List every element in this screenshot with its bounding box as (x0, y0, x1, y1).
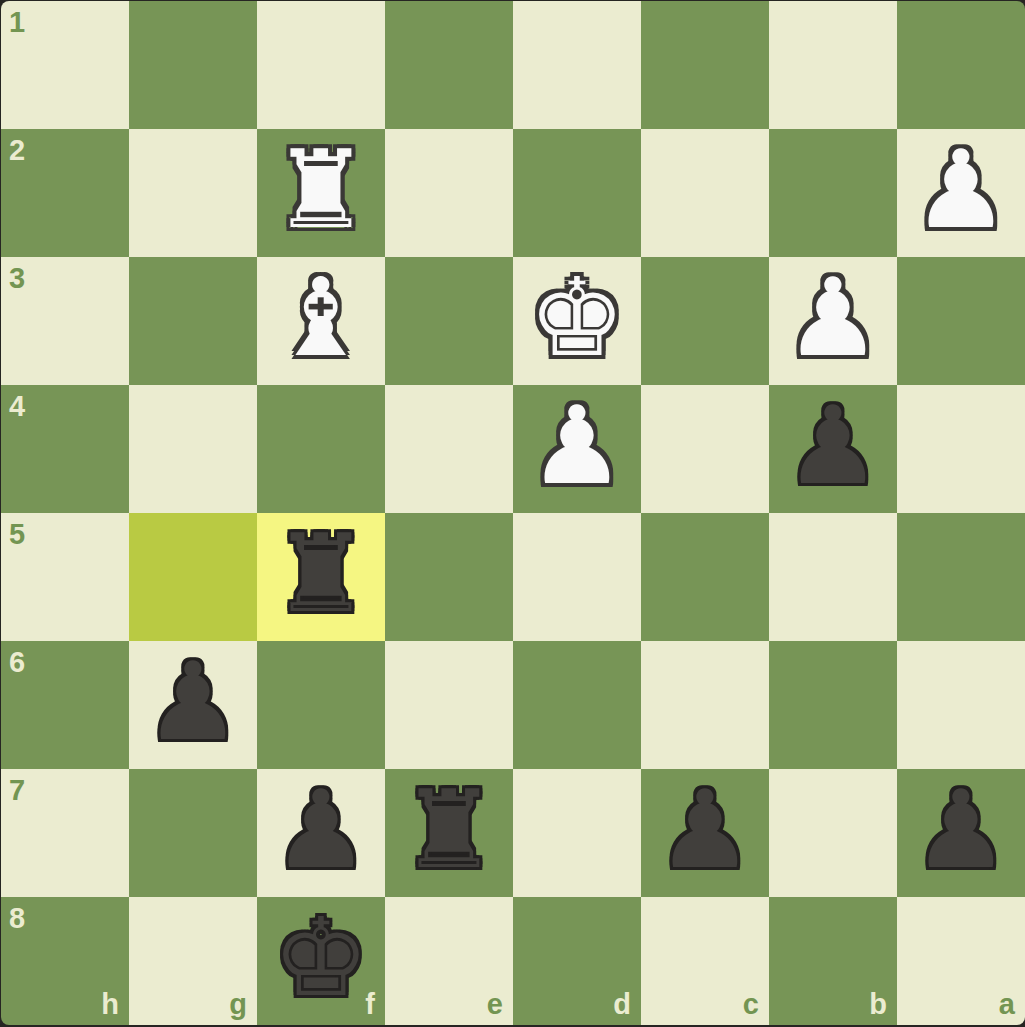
square-b3[interactable]: ♟ (769, 257, 897, 385)
square-g4[interactable] (129, 385, 257, 513)
rank-label-5: 5 (9, 520, 25, 549)
square-a8[interactable]: a (897, 897, 1025, 1025)
square-e5[interactable] (385, 513, 513, 641)
piece-white-pawn[interactable]: ♟ (769, 257, 897, 385)
square-g3[interactable] (129, 257, 257, 385)
square-d7[interactable] (513, 769, 641, 897)
square-h1[interactable]: 1 (1, 1, 129, 129)
piece-black-pawn[interactable]: ♟ (769, 385, 897, 513)
square-d5[interactable] (513, 513, 641, 641)
chess-board: 12♜♟3♝♚♟4♟♟5♜6♟7♟♜♟♟8hgf♚edcba (1, 1, 1025, 1025)
square-c3[interactable] (641, 257, 769, 385)
square-c6[interactable] (641, 641, 769, 769)
square-e8[interactable]: e (385, 897, 513, 1025)
square-a3[interactable] (897, 257, 1025, 385)
square-f4[interactable] (257, 385, 385, 513)
square-b2[interactable] (769, 129, 897, 257)
piece-white-king[interactable]: ♚ (513, 257, 641, 385)
square-c1[interactable] (641, 1, 769, 129)
square-b6[interactable] (769, 641, 897, 769)
square-d2[interactable] (513, 129, 641, 257)
piece-black-king[interactable]: ♚ (257, 897, 385, 1025)
rank-label-3: 3 (9, 264, 25, 293)
square-g2[interactable] (129, 129, 257, 257)
square-d4[interactable]: ♟ (513, 385, 641, 513)
piece-white-pawn[interactable]: ♟ (897, 129, 1025, 257)
square-g1[interactable] (129, 1, 257, 129)
square-b4[interactable]: ♟ (769, 385, 897, 513)
square-a6[interactable] (897, 641, 1025, 769)
square-c8[interactable]: c (641, 897, 769, 1025)
square-e3[interactable] (385, 257, 513, 385)
square-h6[interactable]: 6 (1, 641, 129, 769)
rank-label-6: 6 (9, 648, 25, 677)
square-g7[interactable] (129, 769, 257, 897)
square-e6[interactable] (385, 641, 513, 769)
piece-black-pawn[interactable]: ♟ (257, 769, 385, 897)
piece-black-pawn[interactable]: ♟ (129, 641, 257, 769)
piece-white-pawn[interactable]: ♟ (513, 385, 641, 513)
square-g8[interactable]: g (129, 897, 257, 1025)
piece-white-rook[interactable]: ♜ (257, 129, 385, 257)
square-a1[interactable] (897, 1, 1025, 129)
square-h3[interactable]: 3 (1, 257, 129, 385)
square-f8[interactable]: f♚ (257, 897, 385, 1025)
rank-label-8: 8 (9, 904, 25, 933)
square-d3[interactable]: ♚ (513, 257, 641, 385)
square-h2[interactable]: 2 (1, 129, 129, 257)
rank-label-7: 7 (9, 776, 25, 805)
square-b5[interactable] (769, 513, 897, 641)
file-label-c: c (743, 990, 759, 1019)
square-b8[interactable]: b (769, 897, 897, 1025)
square-f2[interactable]: ♜ (257, 129, 385, 257)
square-f6[interactable] (257, 641, 385, 769)
square-c5[interactable] (641, 513, 769, 641)
square-a4[interactable] (897, 385, 1025, 513)
square-d1[interactable] (513, 1, 641, 129)
file-label-d: d (613, 990, 631, 1019)
square-f7[interactable]: ♟ (257, 769, 385, 897)
rank-label-1: 1 (9, 8, 25, 37)
square-a2[interactable]: ♟ (897, 129, 1025, 257)
square-f1[interactable] (257, 1, 385, 129)
piece-black-pawn[interactable]: ♟ (641, 769, 769, 897)
square-h7[interactable]: 7 (1, 769, 129, 897)
piece-black-rook[interactable]: ♜ (257, 513, 385, 641)
square-h5[interactable]: 5 (1, 513, 129, 641)
square-f3[interactable]: ♝ (257, 257, 385, 385)
square-b1[interactable] (769, 1, 897, 129)
file-label-g: g (229, 990, 247, 1019)
piece-white-bishop[interactable]: ♝ (257, 257, 385, 385)
file-label-h: h (101, 990, 119, 1019)
square-e1[interactable] (385, 1, 513, 129)
square-d8[interactable]: d (513, 897, 641, 1025)
square-b7[interactable] (769, 769, 897, 897)
square-d6[interactable] (513, 641, 641, 769)
square-h8[interactable]: 8h (1, 897, 129, 1025)
square-e7[interactable]: ♜ (385, 769, 513, 897)
square-a7[interactable]: ♟ (897, 769, 1025, 897)
square-e4[interactable] (385, 385, 513, 513)
square-h4[interactable]: 4 (1, 385, 129, 513)
square-e2[interactable] (385, 129, 513, 257)
square-f5[interactable]: ♜ (257, 513, 385, 641)
rank-label-2: 2 (9, 136, 25, 165)
square-c4[interactable] (641, 385, 769, 513)
file-label-b: b (869, 990, 887, 1019)
square-c7[interactable]: ♟ (641, 769, 769, 897)
file-label-a: a (999, 990, 1015, 1019)
square-a5[interactable] (897, 513, 1025, 641)
square-c2[interactable] (641, 129, 769, 257)
piece-black-rook[interactable]: ♜ (385, 769, 513, 897)
file-label-e: e (487, 990, 503, 1019)
square-g6[interactable]: ♟ (129, 641, 257, 769)
rank-label-4: 4 (9, 392, 25, 421)
square-g5[interactable] (129, 513, 257, 641)
piece-black-pawn[interactable]: ♟ (897, 769, 1025, 897)
